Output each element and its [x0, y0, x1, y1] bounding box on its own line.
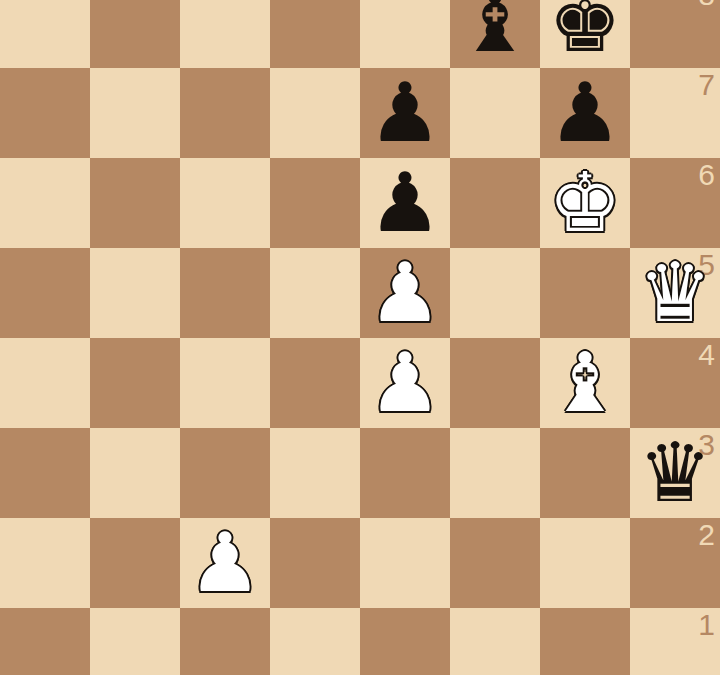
square-b2[interactable] — [90, 518, 180, 608]
square-c2[interactable]: ♟ — [180, 518, 270, 608]
square-g1[interactable] — [540, 608, 630, 675]
square-d4[interactable] — [270, 338, 360, 428]
white-pawn-c2[interactable]: ♟ — [188, 522, 262, 604]
square-g3[interactable] — [540, 428, 630, 518]
chessboard: ♝♚8♟♟7♟♚6♟5♛♟♝43♛♟21 — [0, 0, 720, 675]
square-f1[interactable] — [450, 608, 540, 675]
square-c6[interactable] — [180, 158, 270, 248]
square-g7[interactable]: ♟ — [540, 68, 630, 158]
square-h8[interactable]: 8 — [630, 0, 720, 68]
square-a2[interactable] — [0, 518, 90, 608]
rank-label-1: 1 — [698, 610, 715, 640]
square-b6[interactable] — [90, 158, 180, 248]
black-pawn-e7[interactable]: ♟ — [368, 72, 442, 154]
square-c4[interactable] — [180, 338, 270, 428]
black-queen-h3[interactable]: ♛ — [638, 432, 712, 514]
white-pawn-e5[interactable]: ♟ — [368, 252, 442, 334]
square-c1[interactable] — [180, 608, 270, 675]
white-bishop-g4[interactable]: ♝ — [548, 342, 622, 424]
square-d5[interactable] — [270, 248, 360, 338]
square-b3[interactable] — [90, 428, 180, 518]
square-g4[interactable]: ♝ — [540, 338, 630, 428]
square-h5[interactable]: 5♛ — [630, 248, 720, 338]
square-f4[interactable] — [450, 338, 540, 428]
square-c3[interactable] — [180, 428, 270, 518]
square-f5[interactable] — [450, 248, 540, 338]
square-c5[interactable] — [180, 248, 270, 338]
square-a1[interactable] — [0, 608, 90, 675]
square-h7[interactable]: 7 — [630, 68, 720, 158]
square-g2[interactable] — [540, 518, 630, 608]
square-h1[interactable]: 1 — [630, 608, 720, 675]
square-f2[interactable] — [450, 518, 540, 608]
square-b7[interactable] — [90, 68, 180, 158]
square-h6[interactable]: 6 — [630, 158, 720, 248]
square-d6[interactable] — [270, 158, 360, 248]
square-d7[interactable] — [270, 68, 360, 158]
square-e6[interactable]: ♟ — [360, 158, 450, 248]
square-a3[interactable] — [0, 428, 90, 518]
square-e5[interactable]: ♟ — [360, 248, 450, 338]
square-a8[interactable] — [0, 0, 90, 68]
black-king-g8[interactable]: ♚ — [548, 0, 622, 64]
square-e1[interactable] — [360, 608, 450, 675]
square-g5[interactable] — [540, 248, 630, 338]
square-f3[interactable] — [450, 428, 540, 518]
square-c8[interactable] — [180, 0, 270, 68]
square-e3[interactable] — [360, 428, 450, 518]
square-d8[interactable] — [270, 0, 360, 68]
square-f6[interactable] — [450, 158, 540, 248]
black-bishop-f8[interactable]: ♝ — [458, 0, 532, 64]
square-a4[interactable] — [0, 338, 90, 428]
white-king-g6[interactable]: ♚ — [548, 162, 622, 244]
rank-label-4: 4 — [698, 340, 715, 370]
rank-label-2: 2 — [698, 520, 715, 550]
square-b8[interactable] — [90, 0, 180, 68]
square-h4[interactable]: 4 — [630, 338, 720, 428]
white-pawn-e4[interactable]: ♟ — [368, 342, 442, 424]
square-b5[interactable] — [90, 248, 180, 338]
square-a6[interactable] — [0, 158, 90, 248]
square-b4[interactable] — [90, 338, 180, 428]
rank-label-7: 7 — [698, 70, 715, 100]
square-c7[interactable] — [180, 68, 270, 158]
white-queen-h5[interactable]: ♛ — [638, 252, 712, 334]
square-b1[interactable] — [90, 608, 180, 675]
square-e2[interactable] — [360, 518, 450, 608]
square-g8[interactable]: ♚ — [540, 0, 630, 68]
square-g6[interactable]: ♚ — [540, 158, 630, 248]
square-f7[interactable] — [450, 68, 540, 158]
black-pawn-e6[interactable]: ♟ — [368, 162, 442, 244]
square-a5[interactable] — [0, 248, 90, 338]
black-pawn-g7[interactable]: ♟ — [548, 72, 622, 154]
chessboard-viewport: ♝♚8♟♟7♟♚6♟5♛♟♝43♛♟21 — [0, 0, 720, 675]
square-a7[interactable] — [0, 68, 90, 158]
rank-label-8: 8 — [698, 0, 715, 10]
square-e4[interactable]: ♟ — [360, 338, 450, 428]
rank-label-6: 6 — [698, 160, 715, 190]
square-d3[interactable] — [270, 428, 360, 518]
square-d1[interactable] — [270, 608, 360, 675]
square-e8[interactable] — [360, 0, 450, 68]
square-f8[interactable]: ♝ — [450, 0, 540, 68]
square-h3[interactable]: 3♛ — [630, 428, 720, 518]
square-e7[interactable]: ♟ — [360, 68, 450, 158]
square-d2[interactable] — [270, 518, 360, 608]
square-h2[interactable]: 2 — [630, 518, 720, 608]
